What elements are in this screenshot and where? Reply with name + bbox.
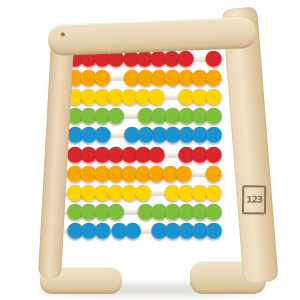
bead-blue[interactable]: ● bbox=[66, 220, 80, 239]
bead-blue[interactable]: ● bbox=[177, 220, 191, 239]
abacus-photo: ●●●●●●●●●●●●●●●●●●●●●●●●●●●●●●●●●●●●●●●●… bbox=[0, 0, 300, 300]
bead-blue[interactable]: ● bbox=[93, 220, 107, 239]
bead-blue[interactable]: ● bbox=[164, 220, 178, 239]
bead-blue[interactable]: ● bbox=[204, 220, 218, 239]
bead-blue[interactable]: ● bbox=[150, 220, 164, 239]
bead-blue[interactable]: ● bbox=[191, 220, 205, 239]
bead-blue[interactable]: ● bbox=[124, 220, 138, 239]
bead-blue[interactable]: ● bbox=[110, 220, 124, 239]
screw-dot bbox=[61, 32, 65, 36]
brand-stamp-123: 123 bbox=[242, 185, 266, 214]
bead-blue[interactable]: ● bbox=[80, 220, 94, 239]
